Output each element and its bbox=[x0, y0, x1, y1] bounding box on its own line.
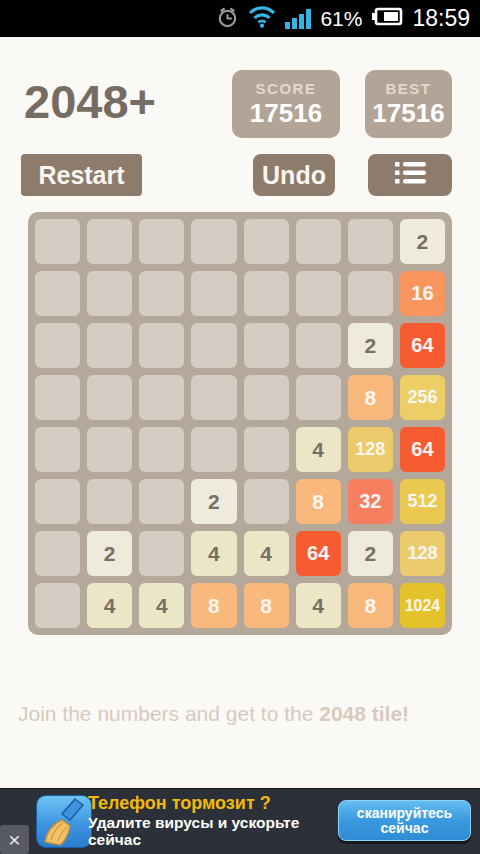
empty-cell-r3c3 bbox=[139, 323, 184, 368]
empty-cell-r3c4 bbox=[191, 323, 236, 368]
page-title: 2048+ bbox=[24, 74, 156, 129]
tile-64-r7c6: 64 bbox=[296, 531, 341, 576]
tile-32-r6c7: 32 bbox=[348, 479, 393, 524]
tile-512-r6c8: 512 bbox=[400, 479, 445, 524]
battery-percent: 61% bbox=[320, 7, 362, 31]
ad-body-line2: сейчас bbox=[88, 831, 299, 848]
tagline-goal: 2048 tile! bbox=[319, 702, 409, 725]
score-value: 17516 bbox=[250, 98, 322, 128]
tile-8-r8c7: 8 bbox=[348, 583, 393, 628]
best-label: BEST bbox=[385, 80, 431, 98]
empty-cell-r4c4 bbox=[191, 375, 236, 420]
ad-banner[interactable]: × Телефон тормозит ? Удалите вирусы и ус… bbox=[0, 788, 480, 854]
tile-2-r3c7: 2 bbox=[348, 323, 393, 368]
battery-icon bbox=[371, 7, 403, 30]
empty-cell-r2c2 bbox=[87, 271, 132, 316]
tile-8-r8c4: 8 bbox=[191, 583, 236, 628]
empty-cell-r1c6 bbox=[296, 219, 341, 264]
score-box: SCORE 17516 bbox=[232, 70, 340, 138]
empty-cell-r1c5 bbox=[244, 219, 289, 264]
tile-4-r7c5: 4 bbox=[244, 531, 289, 576]
wifi-icon bbox=[248, 5, 276, 32]
empty-cell-r2c6 bbox=[296, 271, 341, 316]
empty-cell-r6c1 bbox=[35, 479, 80, 524]
clock-time: 18:59 bbox=[412, 5, 470, 32]
tile-2-r1c8: 2 bbox=[400, 219, 445, 264]
tile-16-r2c8: 16 bbox=[400, 271, 445, 316]
empty-cell-r1c3 bbox=[139, 219, 184, 264]
empty-cell-r1c1 bbox=[35, 219, 80, 264]
undo-button[interactable]: Undo bbox=[253, 154, 335, 196]
empty-cell-r3c5 bbox=[244, 323, 289, 368]
tile-1024-r8c8: 1024 bbox=[400, 583, 445, 628]
empty-cell-r7c1 bbox=[35, 531, 80, 576]
ad-body-line1: Удалите вирусы и ускорьте bbox=[88, 814, 299, 831]
phone-screen: 61% 18:59 2048+ SCORE 17516 BEST 17516 R… bbox=[0, 0, 480, 854]
tile-4-r8c6: 4 bbox=[296, 583, 341, 628]
empty-cell-r4c1 bbox=[35, 375, 80, 420]
empty-cell-r1c4 bbox=[191, 219, 236, 264]
ad-close-button[interactable]: × bbox=[0, 825, 29, 854]
ad-body: Удалите вирусы и ускорьте сейчас bbox=[88, 814, 299, 848]
empty-cell-r8c1 bbox=[35, 583, 80, 628]
ad-cta-line1: сканируйтесь bbox=[357, 806, 452, 821]
empty-cell-r4c3 bbox=[139, 375, 184, 420]
tagline: Join the numbers and get to the 2048 til… bbox=[18, 702, 468, 726]
ad-headline: Телефон тормозит ? bbox=[88, 793, 271, 814]
tile-64-r5c8: 64 bbox=[400, 427, 445, 472]
empty-cell-r4c5 bbox=[244, 375, 289, 420]
tile-8-r4c7: 8 bbox=[348, 375, 393, 420]
menu-button[interactable] bbox=[368, 154, 452, 196]
tile-4-r7c4: 4 bbox=[191, 531, 236, 576]
empty-cell-r7c3 bbox=[139, 531, 184, 576]
tile-2-r7c2: 2 bbox=[87, 531, 132, 576]
tile-128-r7c8: 128 bbox=[400, 531, 445, 576]
clean-master-broom-icon bbox=[37, 796, 91, 847]
empty-cell-r2c1 bbox=[35, 271, 80, 316]
empty-cell-r2c4 bbox=[191, 271, 236, 316]
best-box: BEST 17516 bbox=[365, 70, 452, 138]
tile-4-r8c2: 4 bbox=[87, 583, 132, 628]
best-value: 17516 bbox=[372, 98, 444, 128]
empty-cell-r5c1 bbox=[35, 427, 80, 472]
tile-8-r8c5: 8 bbox=[244, 583, 289, 628]
ad-cta-line2: сейчас bbox=[381, 821, 429, 836]
alarm-icon bbox=[216, 5, 239, 33]
empty-cell-r1c2 bbox=[87, 219, 132, 264]
empty-cell-r6c5 bbox=[244, 479, 289, 524]
empty-cell-r1c7 bbox=[348, 219, 393, 264]
tile-4-r5c6: 4 bbox=[296, 427, 341, 472]
empty-cell-r2c3 bbox=[139, 271, 184, 316]
list-icon bbox=[395, 160, 426, 190]
tile-128-r5c7: 128 bbox=[348, 427, 393, 472]
status-bar: 61% 18:59 bbox=[0, 0, 480, 37]
game-board[interactable]: 2162648256412864283251224464212844884810… bbox=[28, 212, 452, 635]
tile-64-r3c8: 64 bbox=[400, 323, 445, 368]
empty-cell-r2c5 bbox=[244, 271, 289, 316]
empty-cell-r6c2 bbox=[87, 479, 132, 524]
restart-button[interactable]: Restart bbox=[21, 154, 142, 196]
empty-cell-r5c3 bbox=[139, 427, 184, 472]
signal-bars-icon bbox=[285, 9, 311, 29]
empty-cell-r2c7 bbox=[348, 271, 393, 316]
tile-256-r4c8: 256 bbox=[400, 375, 445, 420]
score-label: SCORE bbox=[256, 80, 317, 98]
empty-cell-r3c1 bbox=[35, 323, 80, 368]
empty-cell-r5c4 bbox=[191, 427, 236, 472]
tile-4-r8c3: 4 bbox=[139, 583, 184, 628]
empty-cell-r4c6 bbox=[296, 375, 341, 420]
ad-cta-button[interactable]: сканируйтесь сейчас bbox=[338, 800, 471, 841]
ad-app-icon[interactable] bbox=[36, 795, 92, 848]
empty-cell-r5c5 bbox=[244, 427, 289, 472]
empty-cell-r6c3 bbox=[139, 479, 184, 524]
tile-8-r6c6: 8 bbox=[296, 479, 341, 524]
empty-cell-r3c2 bbox=[87, 323, 132, 368]
empty-cell-r5c2 bbox=[87, 427, 132, 472]
empty-cell-r3c6 bbox=[296, 323, 341, 368]
tile-2-r7c7: 2 bbox=[348, 531, 393, 576]
empty-cell-r4c2 bbox=[87, 375, 132, 420]
tile-2-r6c4: 2 bbox=[191, 479, 236, 524]
